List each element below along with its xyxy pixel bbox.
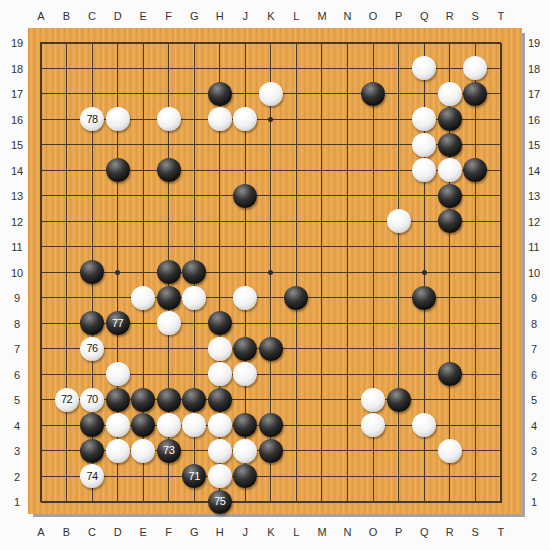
intersection-T9[interactable]	[488, 285, 514, 311]
intersection-Q2[interactable]	[411, 464, 437, 490]
intersection-N9[interactable]	[335, 285, 361, 311]
intersection-A4[interactable]	[28, 413, 54, 439]
intersection-E9[interactable]	[130, 285, 156, 311]
intersection-T15[interactable]	[488, 132, 514, 158]
intersection-N7[interactable]	[335, 336, 361, 362]
intersection-K10[interactable]	[258, 260, 284, 286]
intersection-P15[interactable]	[386, 132, 412, 158]
intersection-R6[interactable]	[437, 362, 463, 388]
intersection-A16[interactable]	[28, 107, 54, 133]
intersection-F5[interactable]	[156, 387, 182, 413]
intersection-G17[interactable]	[181, 81, 207, 107]
intersection-J12[interactable]	[233, 209, 259, 235]
intersection-N12[interactable]	[335, 209, 361, 235]
intersection-K8[interactable]	[258, 311, 284, 337]
intersection-C18[interactable]	[79, 56, 105, 82]
intersection-J17[interactable]	[233, 81, 259, 107]
intersection-L18[interactable]	[284, 56, 310, 82]
intersection-P12[interactable]	[386, 209, 412, 235]
intersection-B17[interactable]	[54, 81, 80, 107]
intersection-N5[interactable]	[335, 387, 361, 413]
intersection-C9[interactable]	[79, 285, 105, 311]
intersection-A15[interactable]	[28, 132, 54, 158]
intersection-R15[interactable]	[437, 132, 463, 158]
intersection-B3[interactable]	[54, 438, 80, 464]
intersection-Q17[interactable]	[411, 81, 437, 107]
intersection-B16[interactable]	[54, 107, 80, 133]
intersection-R18[interactable]	[437, 56, 463, 82]
intersection-S2[interactable]	[462, 464, 488, 490]
intersection-M14[interactable]	[309, 158, 335, 184]
intersection-T6[interactable]	[488, 362, 514, 388]
intersection-L12[interactable]	[284, 209, 310, 235]
intersection-E7[interactable]	[130, 336, 156, 362]
intersection-F10[interactable]	[156, 260, 182, 286]
intersection-P1[interactable]	[386, 489, 412, 515]
intersection-N14[interactable]	[335, 158, 361, 184]
intersection-O6[interactable]	[360, 362, 386, 388]
intersection-A6[interactable]	[28, 362, 54, 388]
intersection-H7[interactable]	[207, 336, 233, 362]
intersection-D1[interactable]	[105, 489, 131, 515]
intersection-P7[interactable]	[386, 336, 412, 362]
intersection-B11[interactable]	[54, 234, 80, 260]
intersection-L17[interactable]	[284, 81, 310, 107]
intersection-A3[interactable]	[28, 438, 54, 464]
intersection-J16[interactable]	[233, 107, 259, 133]
intersection-R17[interactable]	[437, 81, 463, 107]
intersection-S13[interactable]	[462, 183, 488, 209]
intersection-G18[interactable]	[181, 56, 207, 82]
intersection-C2[interactable]: 74	[79, 464, 105, 490]
intersection-K7[interactable]	[258, 336, 284, 362]
intersection-O2[interactable]	[360, 464, 386, 490]
intersection-P8[interactable]	[386, 311, 412, 337]
intersection-T1[interactable]	[488, 489, 514, 515]
intersection-K18[interactable]	[258, 56, 284, 82]
intersection-S18[interactable]	[462, 56, 488, 82]
intersection-N10[interactable]	[335, 260, 361, 286]
intersection-G9[interactable]	[181, 285, 207, 311]
intersection-C11[interactable]	[79, 234, 105, 260]
intersection-O18[interactable]	[360, 56, 386, 82]
intersection-D5[interactable]	[105, 387, 131, 413]
intersection-O14[interactable]	[360, 158, 386, 184]
intersection-S12[interactable]	[462, 209, 488, 235]
intersection-H5[interactable]	[207, 387, 233, 413]
intersection-P4[interactable]	[386, 413, 412, 439]
intersection-T5[interactable]	[488, 387, 514, 413]
intersection-B4[interactable]	[54, 413, 80, 439]
intersection-T19[interactable]	[488, 30, 514, 56]
intersection-J6[interactable]	[233, 362, 259, 388]
intersection-S14[interactable]	[462, 158, 488, 184]
intersection-H3[interactable]	[207, 438, 233, 464]
intersection-A5[interactable]	[28, 387, 54, 413]
intersection-H6[interactable]	[207, 362, 233, 388]
intersection-B14[interactable]	[54, 158, 80, 184]
intersection-K3[interactable]	[258, 438, 284, 464]
intersection-O5[interactable]	[360, 387, 386, 413]
intersection-K2[interactable]	[258, 464, 284, 490]
intersection-E8[interactable]	[130, 311, 156, 337]
intersection-F18[interactable]	[156, 56, 182, 82]
intersection-D16[interactable]	[105, 107, 131, 133]
intersection-N18[interactable]	[335, 56, 361, 82]
intersection-H1[interactable]: 75	[207, 489, 233, 515]
intersection-J8[interactable]	[233, 311, 259, 337]
intersection-H13[interactable]	[207, 183, 233, 209]
intersection-G7[interactable]	[181, 336, 207, 362]
intersection-K17[interactable]	[258, 81, 284, 107]
intersection-L13[interactable]	[284, 183, 310, 209]
intersection-T11[interactable]	[488, 234, 514, 260]
intersection-Q7[interactable]	[411, 336, 437, 362]
intersection-G2[interactable]: 71	[181, 464, 207, 490]
intersection-H17[interactable]	[207, 81, 233, 107]
intersection-F11[interactable]	[156, 234, 182, 260]
intersection-J1[interactable]	[233, 489, 259, 515]
intersection-F4[interactable]	[156, 413, 182, 439]
intersection-T4[interactable]	[488, 413, 514, 439]
intersection-C16[interactable]: 78	[79, 107, 105, 133]
intersection-L11[interactable]	[284, 234, 310, 260]
intersection-B7[interactable]	[54, 336, 80, 362]
intersection-J13[interactable]	[233, 183, 259, 209]
intersection-H18[interactable]	[207, 56, 233, 82]
intersection-T12[interactable]	[488, 209, 514, 235]
intersection-C14[interactable]	[79, 158, 105, 184]
intersection-M1[interactable]	[309, 489, 335, 515]
intersection-N19[interactable]	[335, 30, 361, 56]
intersection-L3[interactable]	[284, 438, 310, 464]
intersection-F14[interactable]	[156, 158, 182, 184]
intersection-D4[interactable]	[105, 413, 131, 439]
intersection-C4[interactable]	[79, 413, 105, 439]
intersection-G13[interactable]	[181, 183, 207, 209]
intersection-R2[interactable]	[437, 464, 463, 490]
intersection-M18[interactable]	[309, 56, 335, 82]
intersection-K12[interactable]	[258, 209, 284, 235]
intersection-N4[interactable]	[335, 413, 361, 439]
intersection-F12[interactable]	[156, 209, 182, 235]
intersection-D14[interactable]	[105, 158, 131, 184]
intersection-C3[interactable]	[79, 438, 105, 464]
intersection-M7[interactable]	[309, 336, 335, 362]
intersection-P16[interactable]	[386, 107, 412, 133]
intersection-J18[interactable]	[233, 56, 259, 82]
intersection-F6[interactable]	[156, 362, 182, 388]
intersection-S6[interactable]	[462, 362, 488, 388]
intersection-F13[interactable]	[156, 183, 182, 209]
intersection-O8[interactable]	[360, 311, 386, 337]
intersection-G19[interactable]	[181, 30, 207, 56]
intersection-B6[interactable]	[54, 362, 80, 388]
intersection-D15[interactable]	[105, 132, 131, 158]
intersection-Q15[interactable]	[411, 132, 437, 158]
intersection-M15[interactable]	[309, 132, 335, 158]
intersection-E12[interactable]	[130, 209, 156, 235]
intersection-G12[interactable]	[181, 209, 207, 235]
intersection-G8[interactable]	[181, 311, 207, 337]
intersection-M12[interactable]	[309, 209, 335, 235]
intersection-G11[interactable]	[181, 234, 207, 260]
intersection-D11[interactable]	[105, 234, 131, 260]
intersection-O12[interactable]	[360, 209, 386, 235]
intersection-K5[interactable]	[258, 387, 284, 413]
intersection-J2[interactable]	[233, 464, 259, 490]
intersection-A19[interactable]	[28, 30, 54, 56]
intersection-K1[interactable]	[258, 489, 284, 515]
intersection-K14[interactable]	[258, 158, 284, 184]
intersection-C5[interactable]: 70	[79, 387, 105, 413]
intersection-K9[interactable]	[258, 285, 284, 311]
intersection-G14[interactable]	[181, 158, 207, 184]
intersection-M5[interactable]	[309, 387, 335, 413]
intersection-H19[interactable]	[207, 30, 233, 56]
intersection-A13[interactable]	[28, 183, 54, 209]
intersection-D17[interactable]	[105, 81, 131, 107]
intersection-R4[interactable]	[437, 413, 463, 439]
intersection-D9[interactable]	[105, 285, 131, 311]
intersection-Q9[interactable]	[411, 285, 437, 311]
intersection-E18[interactable]	[130, 56, 156, 82]
intersection-C10[interactable]	[79, 260, 105, 286]
intersection-M17[interactable]	[309, 81, 335, 107]
intersection-P18[interactable]	[386, 56, 412, 82]
intersection-J4[interactable]	[233, 413, 259, 439]
intersection-N3[interactable]	[335, 438, 361, 464]
intersection-A7[interactable]	[28, 336, 54, 362]
intersection-S16[interactable]	[462, 107, 488, 133]
intersection-F19[interactable]	[156, 30, 182, 56]
intersection-S17[interactable]	[462, 81, 488, 107]
intersection-P19[interactable]	[386, 30, 412, 56]
intersection-A9[interactable]	[28, 285, 54, 311]
intersection-Q16[interactable]	[411, 107, 437, 133]
intersection-E13[interactable]	[130, 183, 156, 209]
intersection-C13[interactable]	[79, 183, 105, 209]
intersection-E4[interactable]	[130, 413, 156, 439]
intersection-K6[interactable]	[258, 362, 284, 388]
intersection-M4[interactable]	[309, 413, 335, 439]
intersection-T7[interactable]	[488, 336, 514, 362]
intersection-B10[interactable]	[54, 260, 80, 286]
intersection-M11[interactable]	[309, 234, 335, 260]
intersection-C7[interactable]: 76	[79, 336, 105, 362]
intersection-O11[interactable]	[360, 234, 386, 260]
intersection-B1[interactable]	[54, 489, 80, 515]
intersection-E5[interactable]	[130, 387, 156, 413]
intersection-M9[interactable]	[309, 285, 335, 311]
intersection-M6[interactable]	[309, 362, 335, 388]
intersection-A12[interactable]	[28, 209, 54, 235]
intersection-Q10[interactable]	[411, 260, 437, 286]
intersection-G6[interactable]	[181, 362, 207, 388]
intersection-J15[interactable]	[233, 132, 259, 158]
intersection-M19[interactable]	[309, 30, 335, 56]
intersection-B5[interactable]: 72	[54, 387, 80, 413]
intersection-F7[interactable]	[156, 336, 182, 362]
intersection-J7[interactable]	[233, 336, 259, 362]
intersection-B15[interactable]	[54, 132, 80, 158]
intersection-L10[interactable]	[284, 260, 310, 286]
intersection-H15[interactable]	[207, 132, 233, 158]
intersection-L19[interactable]	[284, 30, 310, 56]
intersection-B2[interactable]	[54, 464, 80, 490]
intersection-N11[interactable]	[335, 234, 361, 260]
intersection-O9[interactable]	[360, 285, 386, 311]
intersection-D12[interactable]	[105, 209, 131, 235]
intersection-E1[interactable]	[130, 489, 156, 515]
intersection-T8[interactable]	[488, 311, 514, 337]
intersection-Q12[interactable]	[411, 209, 437, 235]
intersection-M3[interactable]	[309, 438, 335, 464]
intersection-L5[interactable]	[284, 387, 310, 413]
intersection-T16[interactable]	[488, 107, 514, 133]
intersection-A14[interactable]	[28, 158, 54, 184]
intersection-N8[interactable]	[335, 311, 361, 337]
intersection-C19[interactable]	[79, 30, 105, 56]
intersection-Q14[interactable]	[411, 158, 437, 184]
intersection-J19[interactable]	[233, 30, 259, 56]
intersection-P11[interactable]	[386, 234, 412, 260]
intersection-D3[interactable]	[105, 438, 131, 464]
intersection-E14[interactable]	[130, 158, 156, 184]
intersection-R8[interactable]	[437, 311, 463, 337]
intersection-N6[interactable]	[335, 362, 361, 388]
intersection-R7[interactable]	[437, 336, 463, 362]
intersection-F1[interactable]	[156, 489, 182, 515]
intersection-D6[interactable]	[105, 362, 131, 388]
intersection-D10[interactable]	[105, 260, 131, 286]
intersection-R3[interactable]	[437, 438, 463, 464]
intersection-C17[interactable]	[79, 81, 105, 107]
intersection-O16[interactable]	[360, 107, 386, 133]
intersection-N15[interactable]	[335, 132, 361, 158]
intersection-A11[interactable]	[28, 234, 54, 260]
intersection-F15[interactable]	[156, 132, 182, 158]
intersection-L8[interactable]	[284, 311, 310, 337]
intersection-O17[interactable]	[360, 81, 386, 107]
intersection-C12[interactable]	[79, 209, 105, 235]
intersection-M16[interactable]	[309, 107, 335, 133]
intersection-F17[interactable]	[156, 81, 182, 107]
intersection-J11[interactable]	[233, 234, 259, 260]
intersection-K11[interactable]	[258, 234, 284, 260]
intersection-D19[interactable]	[105, 30, 131, 56]
intersection-B8[interactable]	[54, 311, 80, 337]
intersection-O3[interactable]	[360, 438, 386, 464]
intersection-L4[interactable]	[284, 413, 310, 439]
intersection-F3[interactable]: 73	[156, 438, 182, 464]
intersection-G4[interactable]	[181, 413, 207, 439]
intersection-Q4[interactable]	[411, 413, 437, 439]
intersection-R10[interactable]	[437, 260, 463, 286]
intersection-D7[interactable]	[105, 336, 131, 362]
intersection-L2[interactable]	[284, 464, 310, 490]
intersection-H14[interactable]	[207, 158, 233, 184]
intersection-T18[interactable]	[488, 56, 514, 82]
intersection-B18[interactable]	[54, 56, 80, 82]
intersection-R5[interactable]	[437, 387, 463, 413]
intersection-N1[interactable]	[335, 489, 361, 515]
intersection-N17[interactable]	[335, 81, 361, 107]
intersection-E15[interactable]	[130, 132, 156, 158]
intersection-E16[interactable]	[130, 107, 156, 133]
intersection-H9[interactable]	[207, 285, 233, 311]
intersection-T2[interactable]	[488, 464, 514, 490]
intersection-G5[interactable]	[181, 387, 207, 413]
intersection-E3[interactable]	[130, 438, 156, 464]
intersection-L1[interactable]	[284, 489, 310, 515]
intersection-F2[interactable]	[156, 464, 182, 490]
intersection-T17[interactable]	[488, 81, 514, 107]
intersection-L16[interactable]	[284, 107, 310, 133]
intersection-R12[interactable]	[437, 209, 463, 235]
intersection-P13[interactable]	[386, 183, 412, 209]
intersection-G1[interactable]	[181, 489, 207, 515]
intersection-P14[interactable]	[386, 158, 412, 184]
intersection-G15[interactable]	[181, 132, 207, 158]
intersection-M13[interactable]	[309, 183, 335, 209]
intersection-C6[interactable]	[79, 362, 105, 388]
intersection-O1[interactable]	[360, 489, 386, 515]
intersection-G16[interactable]	[181, 107, 207, 133]
intersection-G3[interactable]	[181, 438, 207, 464]
intersection-H10[interactable]	[207, 260, 233, 286]
intersection-H8[interactable]	[207, 311, 233, 337]
intersection-Q19[interactable]	[411, 30, 437, 56]
intersection-Q8[interactable]	[411, 311, 437, 337]
intersection-O15[interactable]	[360, 132, 386, 158]
intersection-A1[interactable]	[28, 489, 54, 515]
intersection-E19[interactable]	[130, 30, 156, 56]
intersection-S10[interactable]	[462, 260, 488, 286]
intersection-S7[interactable]	[462, 336, 488, 362]
intersection-T3[interactable]	[488, 438, 514, 464]
intersection-F8[interactable]	[156, 311, 182, 337]
intersection-P5[interactable]	[386, 387, 412, 413]
intersection-S15[interactable]	[462, 132, 488, 158]
intersection-K4[interactable]	[258, 413, 284, 439]
intersection-A17[interactable]	[28, 81, 54, 107]
intersection-J14[interactable]	[233, 158, 259, 184]
intersection-J3[interactable]	[233, 438, 259, 464]
intersection-O13[interactable]	[360, 183, 386, 209]
intersection-K15[interactable]	[258, 132, 284, 158]
intersection-D2[interactable]	[105, 464, 131, 490]
intersection-J9[interactable]	[233, 285, 259, 311]
intersection-F9[interactable]	[156, 285, 182, 311]
intersection-R11[interactable]	[437, 234, 463, 260]
intersection-A8[interactable]	[28, 311, 54, 337]
intersection-S8[interactable]	[462, 311, 488, 337]
intersection-T14[interactable]	[488, 158, 514, 184]
intersection-H16[interactable]	[207, 107, 233, 133]
intersection-P10[interactable]	[386, 260, 412, 286]
intersection-K19[interactable]	[258, 30, 284, 56]
intersection-P17[interactable]	[386, 81, 412, 107]
intersection-N13[interactable]	[335, 183, 361, 209]
intersection-M10[interactable]	[309, 260, 335, 286]
intersection-R9[interactable]	[437, 285, 463, 311]
intersection-S5[interactable]	[462, 387, 488, 413]
intersection-Q6[interactable]	[411, 362, 437, 388]
intersection-K13[interactable]	[258, 183, 284, 209]
intersection-O4[interactable]	[360, 413, 386, 439]
intersection-R16[interactable]	[437, 107, 463, 133]
